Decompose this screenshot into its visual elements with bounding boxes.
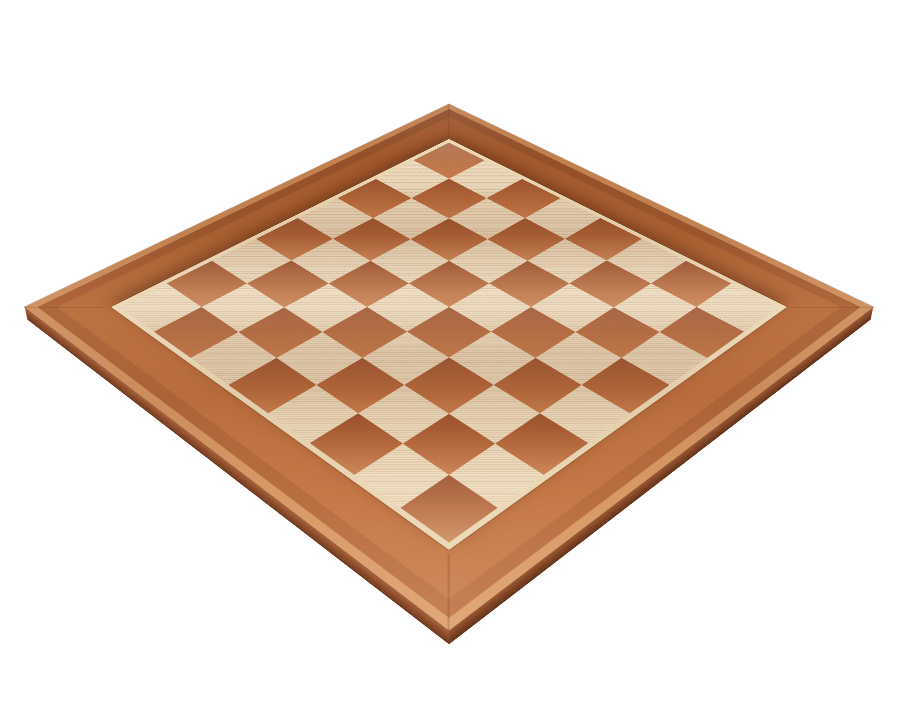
square-d3[interactable] bbox=[323, 307, 407, 358]
square-c2[interactable] bbox=[238, 307, 322, 358]
square-h7[interactable] bbox=[660, 307, 744, 358]
square-h3[interactable] bbox=[495, 413, 588, 474]
mahogany-frame bbox=[57, 117, 840, 599]
square-c1[interactable] bbox=[190, 332, 276, 385]
square-g5[interactable] bbox=[535, 332, 621, 385]
square-d1[interactable] bbox=[228, 358, 316, 414]
square-g3[interactable] bbox=[449, 385, 539, 443]
frame-bevel-ridge bbox=[37, 109, 860, 618]
square-h2[interactable] bbox=[449, 443, 544, 508]
square-f5[interactable] bbox=[491, 307, 575, 358]
square-f1[interactable] bbox=[310, 413, 403, 474]
maple-border-line bbox=[111, 139, 787, 550]
square-e4[interactable] bbox=[407, 307, 491, 358]
square-h1[interactable] bbox=[400, 475, 498, 543]
square-g6[interactable] bbox=[575, 307, 659, 358]
chessboard bbox=[25, 104, 874, 630]
frame-miter-seam-near bbox=[448, 554, 449, 631]
square-f3[interactable] bbox=[405, 358, 493, 414]
square-d2[interactable] bbox=[277, 332, 363, 385]
square-h4[interactable] bbox=[539, 385, 629, 443]
square-g4[interactable] bbox=[493, 358, 581, 414]
playing-field bbox=[119, 143, 778, 543]
square-f4[interactable] bbox=[449, 332, 535, 385]
frame-miter-seam-left bbox=[24, 307, 106, 308]
square-e3[interactable] bbox=[363, 332, 449, 385]
square-g2[interactable] bbox=[403, 413, 496, 474]
product-photo-background bbox=[0, 0, 900, 720]
square-e2[interactable] bbox=[317, 358, 405, 414]
square-e1[interactable] bbox=[268, 385, 358, 443]
square-f2[interactable] bbox=[359, 385, 449, 443]
square-g1[interactable] bbox=[354, 443, 449, 508]
frame-miter-seam-right bbox=[791, 307, 873, 308]
board-top-surface bbox=[25, 104, 874, 630]
square-b1[interactable] bbox=[154, 307, 238, 358]
frame-miter-seam-far bbox=[448, 104, 449, 137]
square-h6[interactable] bbox=[621, 332, 707, 385]
square-h5[interactable] bbox=[581, 358, 669, 414]
